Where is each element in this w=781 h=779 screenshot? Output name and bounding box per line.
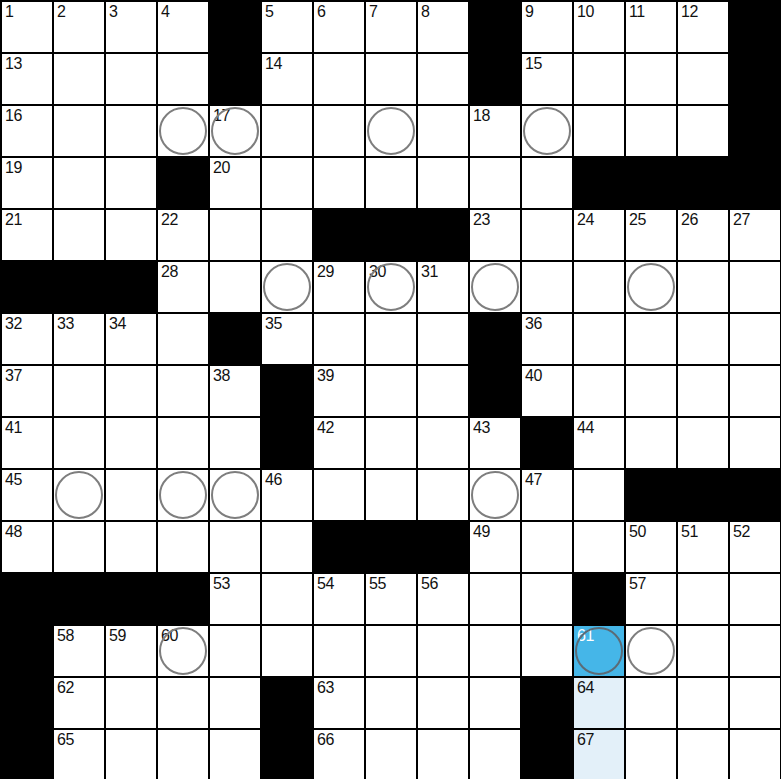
cell-r1-c1[interactable] (54, 54, 104, 104)
cell-r5-c5[interactable] (262, 262, 312, 312)
clue-number-38: 38 (213, 367, 230, 385)
cell-r3-c3-black (158, 158, 208, 208)
circle-marker (471, 263, 519, 311)
cell-r13-c8[interactable] (418, 678, 468, 728)
cell-r10-c14[interactable]: 52 (730, 522, 780, 572)
cell-r2-c1[interactable] (54, 106, 104, 156)
cell-r5-c11[interactable] (574, 262, 624, 312)
cell-r3-c4[interactable]: 20 (210, 158, 260, 208)
cell-r0-c2[interactable]: 3 (106, 2, 156, 52)
cell-r11-c5[interactable] (262, 574, 312, 624)
cell-r0-c12[interactable]: 11 (626, 2, 676, 52)
cell-r6-c4-black (210, 314, 260, 364)
cell-r14-c1[interactable]: 65 (54, 730, 104, 779)
cell-r10-c10[interactable] (522, 522, 572, 572)
clue-number-58: 58 (57, 627, 74, 645)
cell-r0-c4-black (210, 2, 260, 52)
cell-r1-c12[interactable] (626, 54, 676, 104)
cell-r14-c9[interactable] (470, 730, 520, 779)
cell-r0-c14-black (730, 2, 780, 52)
circle-marker (55, 471, 103, 519)
clue-number-42: 42 (317, 419, 334, 437)
cell-r12-c3[interactable]: 60 (158, 626, 208, 676)
clue-number-10: 10 (577, 3, 594, 21)
circle-marker (159, 107, 207, 155)
clue-number-37: 37 (5, 367, 22, 385)
cell-r7-c5-black (262, 366, 312, 416)
cell-r7-c7[interactable] (366, 366, 416, 416)
cell-r11-c8[interactable]: 56 (418, 574, 468, 624)
cell-r12-c7[interactable] (366, 626, 416, 676)
clue-number-2: 2 (57, 3, 65, 21)
cell-r1-c8[interactable] (418, 54, 468, 104)
cell-r7-c9-black (470, 366, 520, 416)
cell-r6-c9-black (470, 314, 520, 364)
cell-r6-c14[interactable] (730, 314, 780, 364)
cell-r10-c6-black (314, 522, 364, 572)
cell-r12-c12[interactable] (626, 626, 676, 676)
clue-number-1: 1 (5, 3, 13, 21)
cell-r5-c4[interactable] (210, 262, 260, 312)
circle-marker (523, 107, 571, 155)
cell-r7-c1[interactable] (54, 366, 104, 416)
cell-r10-c11[interactable] (574, 522, 624, 572)
cell-r13-c12[interactable] (626, 678, 676, 728)
cell-r13-c9[interactable] (470, 678, 520, 728)
cell-r5-c6[interactable]: 29 (314, 262, 364, 312)
cell-r5-c1-black (54, 262, 104, 312)
cell-r12-c13[interactable] (678, 626, 728, 676)
cell-r1-c2[interactable] (106, 54, 156, 104)
cell-r4-c3[interactable]: 22 (158, 210, 208, 260)
cell-r6-c8[interactable] (418, 314, 468, 364)
cell-r2-c0[interactable]: 16 (2, 106, 52, 156)
cell-r2-c10[interactable] (522, 106, 572, 156)
cell-r0-c9-black (470, 2, 520, 52)
cell-r8-c9[interactable]: 43 (470, 418, 520, 468)
cell-r0-c13[interactable]: 12 (678, 2, 728, 52)
cell-r7-c8[interactable] (418, 366, 468, 416)
cell-r11-c12[interactable]: 57 (626, 574, 676, 624)
clue-number-39: 39 (317, 367, 334, 385)
cell-r6-c11[interactable] (574, 314, 624, 364)
cell-r0-c1[interactable]: 2 (54, 2, 104, 52)
cell-r4-c12[interactable]: 25 (626, 210, 676, 260)
clue-number-31: 31 (421, 263, 438, 281)
clue-number-15: 15 (525, 55, 542, 73)
cell-r12-c9[interactable] (470, 626, 520, 676)
cell-r12-c1[interactable]: 58 (54, 626, 104, 676)
clue-number-33: 33 (57, 315, 74, 333)
clue-number-63: 63 (317, 679, 334, 697)
clue-number-43: 43 (473, 419, 490, 437)
cell-r14-c2[interactable] (106, 730, 156, 779)
cell-r11-c6[interactable]: 54 (314, 574, 364, 624)
clue-number-14: 14 (265, 55, 282, 73)
cell-r10-c7-black (366, 522, 416, 572)
cell-r9-c5[interactable]: 46 (262, 470, 312, 520)
cell-r3-c6[interactable] (314, 158, 364, 208)
cell-r9-c6[interactable] (314, 470, 364, 520)
cell-r9-c0[interactable]: 45 (2, 470, 52, 520)
cell-r7-c3[interactable] (158, 366, 208, 416)
cell-r9-c12-black (626, 470, 676, 520)
cell-r5-c9[interactable] (470, 262, 520, 312)
cell-r1-c3[interactable] (158, 54, 208, 104)
crossword-puzzle: 1234567891011121314151617181920212223242… (0, 0, 781, 779)
cell-r10-c13[interactable]: 51 (678, 522, 728, 572)
clue-number-3: 3 (109, 3, 117, 21)
clue-number-12: 12 (681, 3, 698, 21)
cell-r4-c5[interactable] (262, 210, 312, 260)
cell-r11-c14[interactable] (730, 574, 780, 624)
cell-r2-c11[interactable] (574, 106, 624, 156)
cell-r12-c2[interactable]: 59 (106, 626, 156, 676)
cell-r9-c3[interactable] (158, 470, 208, 520)
cell-r1-c14-black (730, 54, 780, 104)
clue-number-32: 32 (5, 315, 22, 333)
cell-r14-c10-black (522, 730, 572, 779)
cell-r2-c8[interactable] (418, 106, 468, 156)
cell-r10-c1[interactable] (54, 522, 104, 572)
cell-r9-c11[interactable] (574, 470, 624, 520)
clue-number-20: 20 (213, 159, 230, 177)
cell-r3-c7[interactable] (366, 158, 416, 208)
cell-r12-c5[interactable] (262, 626, 312, 676)
cell-r11-c9[interactable] (470, 574, 520, 624)
cell-r1-c5[interactable]: 14 (262, 54, 312, 104)
cell-r11-c11-black (574, 574, 624, 624)
cell-r14-c13[interactable] (678, 730, 728, 779)
clue-number-61: 61 (577, 627, 594, 645)
cell-r14-c14[interactable] (730, 730, 780, 779)
clue-number-11: 11 (629, 3, 645, 21)
cell-r5-c10[interactable] (522, 262, 572, 312)
cell-r11-c1-black (54, 574, 104, 624)
cell-r9-c1[interactable] (54, 470, 104, 520)
clue-number-64: 64 (577, 679, 594, 697)
cell-r11-c0-black (2, 574, 52, 624)
clue-number-30: 30 (369, 263, 386, 281)
cell-r13-c2[interactable] (106, 678, 156, 728)
cell-r2-c12[interactable] (626, 106, 676, 156)
clue-number-48: 48 (5, 523, 22, 541)
cell-r14-c7[interactable] (366, 730, 416, 779)
cell-r3-c13-black (678, 158, 728, 208)
cell-r6-c10[interactable]: 36 (522, 314, 572, 364)
cell-r13-c4[interactable] (210, 678, 260, 728)
cell-r11-c2-black (106, 574, 156, 624)
cell-r11-c7[interactable]: 55 (366, 574, 416, 624)
clue-number-56: 56 (421, 575, 438, 593)
cell-r6-c2[interactable]: 34 (106, 314, 156, 364)
cell-r8-c2[interactable] (106, 418, 156, 468)
cell-r12-c11[interactable]: 61 (574, 626, 624, 676)
cell-r3-c14-black (730, 158, 780, 208)
circle-marker (627, 263, 675, 311)
clue-number-9: 9 (525, 3, 533, 21)
cell-r2-c3[interactable] (158, 106, 208, 156)
cell-r14-c11[interactable]: 67 (574, 730, 624, 779)
cell-r7-c11[interactable] (574, 366, 624, 416)
cell-r11-c10[interactable] (522, 574, 572, 624)
cell-r2-c14-black (730, 106, 780, 156)
cell-r8-c1[interactable] (54, 418, 104, 468)
cell-r14-c4[interactable] (210, 730, 260, 779)
cell-r0-c6[interactable]: 6 (314, 2, 364, 52)
cell-r12-c10[interactable] (522, 626, 572, 676)
cell-r9-c14-black (730, 470, 780, 520)
cell-r8-c4[interactable] (210, 418, 260, 468)
cell-r7-c14[interactable] (730, 366, 780, 416)
cell-r12-c0-black (2, 626, 52, 676)
clue-number-54: 54 (317, 575, 334, 593)
cell-r1-c7[interactable] (366, 54, 416, 104)
clue-number-57: 57 (629, 575, 646, 593)
cell-r5-c14[interactable] (730, 262, 780, 312)
cell-r5-c12[interactable] (626, 262, 676, 312)
cell-r3-c0[interactable]: 19 (2, 158, 52, 208)
cell-r9-c8[interactable] (418, 470, 468, 520)
cell-r4-c7-black (366, 210, 416, 260)
cell-r7-c4[interactable]: 38 (210, 366, 260, 416)
clue-number-36: 36 (525, 315, 542, 333)
cell-r7-c2[interactable] (106, 366, 156, 416)
cell-r5-c13[interactable] (678, 262, 728, 312)
cell-r6-c0[interactable]: 32 (2, 314, 52, 364)
clue-number-21: 21 (5, 211, 22, 229)
cell-r4-c6-black (314, 210, 364, 260)
cell-r8-c8[interactable] (418, 418, 468, 468)
crossword-board: 1234567891011121314151617181920212223242… (0, 0, 781, 779)
cell-r13-c6[interactable]: 63 (314, 678, 364, 728)
clue-number-52: 52 (733, 523, 750, 541)
cell-r0-c8[interactable]: 8 (418, 2, 468, 52)
cell-r14-c5-black (262, 730, 312, 779)
cell-r0-c7[interactable]: 7 (366, 2, 416, 52)
clue-number-41: 41 (5, 419, 22, 437)
cell-r4-c1[interactable] (54, 210, 104, 260)
cell-r2-c6[interactable] (314, 106, 364, 156)
circle-marker (211, 471, 259, 519)
cell-r8-c13[interactable] (678, 418, 728, 468)
cell-r1-c9-black (470, 54, 520, 104)
clue-number-49: 49 (473, 523, 490, 541)
clue-number-16: 16 (5, 107, 22, 125)
clue-number-65: 65 (57, 731, 74, 749)
cell-r2-c7[interactable] (366, 106, 416, 156)
cell-r11-c13[interactable] (678, 574, 728, 624)
cell-r8-c7[interactable] (366, 418, 416, 468)
cell-r8-c10-black (522, 418, 572, 468)
cell-r14-c12[interactable] (626, 730, 676, 779)
cell-r13-c7[interactable] (366, 678, 416, 728)
cell-r6-c6[interactable] (314, 314, 364, 364)
cell-r3-c5[interactable] (262, 158, 312, 208)
cell-r10-c2[interactable] (106, 522, 156, 572)
cell-r8-c3[interactable] (158, 418, 208, 468)
cell-r10-c3[interactable] (158, 522, 208, 572)
cell-r7-c6[interactable]: 39 (314, 366, 364, 416)
cell-r10-c8-black (418, 522, 468, 572)
cell-r0-c0[interactable]: 1 (2, 2, 52, 52)
clue-number-29: 29 (317, 263, 334, 281)
clue-number-6: 6 (317, 3, 325, 21)
clue-number-8: 8 (421, 3, 429, 21)
cell-r14-c6[interactable]: 66 (314, 730, 364, 779)
clue-number-44: 44 (577, 419, 594, 437)
cell-r13-c1[interactable]: 62 (54, 678, 104, 728)
cell-r1-c6[interactable] (314, 54, 364, 104)
cell-r9-c4[interactable] (210, 470, 260, 520)
cell-r2-c13[interactable] (678, 106, 728, 156)
cell-r4-c0[interactable]: 21 (2, 210, 52, 260)
clue-number-19: 19 (5, 159, 22, 177)
cell-r8-c5-black (262, 418, 312, 468)
cell-r14-c3[interactable] (158, 730, 208, 779)
clue-number-28: 28 (161, 263, 178, 281)
clue-number-55: 55 (369, 575, 386, 593)
cell-r5-c8[interactable]: 31 (418, 262, 468, 312)
cell-r1-c13[interactable] (678, 54, 728, 104)
cell-r10-c0[interactable]: 48 (2, 522, 52, 572)
cell-r8-c6[interactable]: 42 (314, 418, 364, 468)
clue-number-4: 4 (161, 3, 169, 21)
cell-r1-c4-black (210, 54, 260, 104)
cell-r2-c4[interactable]: 17 (210, 106, 260, 156)
cell-r6-c12[interactable] (626, 314, 676, 364)
cell-r13-c5-black (262, 678, 312, 728)
cell-r1-c11[interactable] (574, 54, 624, 104)
cell-r12-c4[interactable] (210, 626, 260, 676)
cell-r13-c0-black (2, 678, 52, 728)
cell-r9-c10[interactable]: 47 (522, 470, 572, 520)
circle-marker (367, 107, 415, 155)
clue-number-60: 60 (161, 627, 178, 645)
cell-r12-c14[interactable] (730, 626, 780, 676)
clue-number-24: 24 (577, 211, 594, 229)
cell-r6-c3[interactable] (158, 314, 208, 364)
cell-r3-c11-black (574, 158, 624, 208)
clue-number-67: 67 (577, 731, 594, 749)
cell-r6-c13[interactable] (678, 314, 728, 364)
cell-r3-c12-black (626, 158, 676, 208)
cell-r9-c7[interactable] (366, 470, 416, 520)
cell-r11-c3-black (158, 574, 208, 624)
cell-r13-c10-black (522, 678, 572, 728)
cell-r6-c5[interactable]: 35 (262, 314, 312, 364)
cell-r4-c10[interactable] (522, 210, 572, 260)
cell-r10-c9[interactable]: 49 (470, 522, 520, 572)
cell-r8-c12[interactable] (626, 418, 676, 468)
clue-number-47: 47 (525, 471, 542, 489)
cell-r1-c0[interactable]: 13 (2, 54, 52, 104)
cell-r0-c5[interactable]: 5 (262, 2, 312, 52)
cell-r5-c0-black (2, 262, 52, 312)
cell-r6-c7[interactable] (366, 314, 416, 364)
cell-r4-c2[interactable] (106, 210, 156, 260)
cell-r3-c9[interactable] (470, 158, 520, 208)
cell-r10-c5[interactable] (262, 522, 312, 572)
cell-r13-c13[interactable] (678, 678, 728, 728)
cell-r11-c4[interactable]: 53 (210, 574, 260, 624)
cell-r13-c3[interactable] (158, 678, 208, 728)
cell-r6-c1[interactable]: 33 (54, 314, 104, 364)
cell-r10-c4[interactable] (210, 522, 260, 572)
cell-r5-c3[interactable]: 28 (158, 262, 208, 312)
clue-number-34: 34 (109, 315, 126, 333)
cell-r13-c11[interactable]: 64 (574, 678, 624, 728)
clue-number-62: 62 (57, 679, 74, 697)
cell-r7-c13[interactable] (678, 366, 728, 416)
cell-r8-c14[interactable] (730, 418, 780, 468)
clue-number-51: 51 (681, 523, 698, 541)
clue-number-5: 5 (265, 3, 273, 21)
cell-r9-c13-black (678, 470, 728, 520)
clue-number-18: 18 (473, 107, 490, 125)
cell-r4-c11[interactable]: 24 (574, 210, 624, 260)
cell-r7-c0[interactable]: 37 (2, 366, 52, 416)
cell-r5-c7[interactable]: 30 (366, 262, 416, 312)
cell-r3-c1[interactable] (54, 158, 104, 208)
circle-marker (263, 263, 311, 311)
cell-r12-c6[interactable] (314, 626, 364, 676)
cell-r0-c3[interactable]: 4 (158, 2, 208, 52)
cell-r9-c9[interactable] (470, 470, 520, 520)
cell-r10-c12[interactable]: 50 (626, 522, 676, 572)
clue-number-59: 59 (109, 627, 126, 645)
cell-r2-c5[interactable] (262, 106, 312, 156)
cell-r4-c9[interactable]: 23 (470, 210, 520, 260)
clue-number-46: 46 (265, 471, 282, 489)
clue-number-13: 13 (5, 55, 22, 73)
cell-r0-c10[interactable]: 9 (522, 2, 572, 52)
circle-marker (159, 471, 207, 519)
clue-number-7: 7 (369, 3, 377, 21)
cell-r4-c8-black (418, 210, 468, 260)
cell-r4-c13[interactable]: 26 (678, 210, 728, 260)
cell-r2-c2[interactable] (106, 106, 156, 156)
cell-r4-c14[interactable]: 27 (730, 210, 780, 260)
cell-r9-c2[interactable] (106, 470, 156, 520)
cell-r3-c10[interactable] (522, 158, 572, 208)
cell-r2-c9[interactable]: 18 (470, 106, 520, 156)
cell-r4-c4[interactable] (210, 210, 260, 260)
cell-r13-c14[interactable] (730, 678, 780, 728)
clue-number-22: 22 (161, 211, 178, 229)
cell-r7-c10[interactable]: 40 (522, 366, 572, 416)
cell-r7-c12[interactable] (626, 366, 676, 416)
cell-r8-c0[interactable]: 41 (2, 418, 52, 468)
clue-number-23: 23 (473, 211, 490, 229)
clue-number-26: 26 (681, 211, 698, 229)
clue-number-40: 40 (525, 367, 542, 385)
cell-r0-c11[interactable]: 10 (574, 2, 624, 52)
circle-marker (471, 471, 519, 519)
cell-r12-c8[interactable] (418, 626, 468, 676)
circle-marker (627, 627, 675, 675)
clue-number-27: 27 (733, 211, 750, 229)
cell-r14-c8[interactable] (418, 730, 468, 779)
cell-r8-c11[interactable]: 44 (574, 418, 624, 468)
cell-r1-c10[interactable]: 15 (522, 54, 572, 104)
clue-number-50: 50 (629, 523, 646, 541)
clue-number-25: 25 (629, 211, 646, 229)
cell-r3-c2[interactable] (106, 158, 156, 208)
cell-r3-c8[interactable] (418, 158, 468, 208)
cell-r14-c0-black (2, 730, 52, 779)
cell-r5-c2-black (106, 262, 156, 312)
